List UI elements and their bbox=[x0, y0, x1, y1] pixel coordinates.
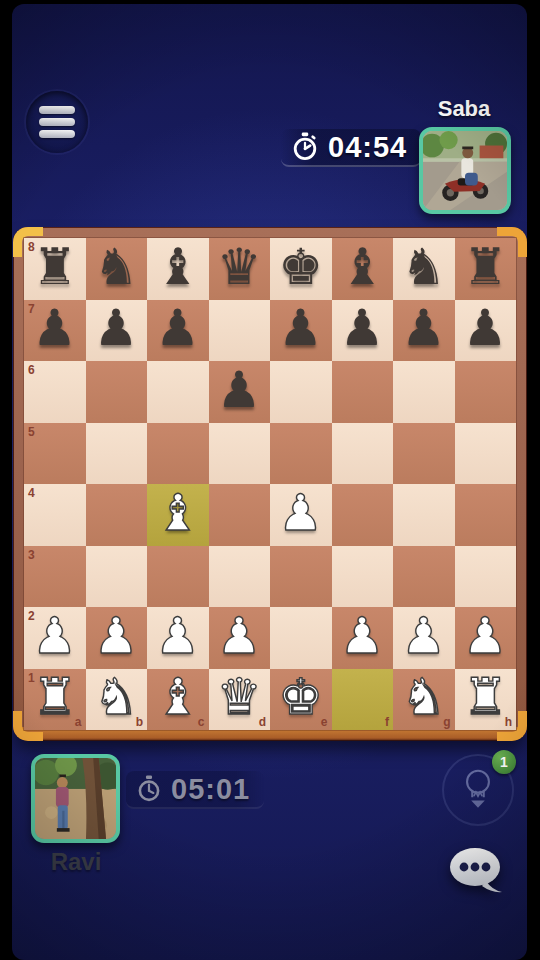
square-h4[interactable] bbox=[455, 484, 517, 546]
square-d3[interactable] bbox=[209, 546, 271, 608]
square-d7[interactable] bbox=[209, 300, 271, 362]
square-c6[interactable] bbox=[147, 361, 209, 423]
rank-label: 5 bbox=[28, 425, 35, 439]
chat-button[interactable] bbox=[448, 846, 508, 900]
opponent-clock-time: 04:54 bbox=[328, 131, 407, 164]
tree-photo bbox=[35, 758, 116, 839]
rank-label: 4 bbox=[28, 486, 35, 500]
square-e5[interactable] bbox=[270, 423, 332, 485]
piece-black-pawn[interactable]: ♟ bbox=[32, 303, 77, 353]
square-c7[interactable]: ♟ bbox=[147, 300, 209, 362]
square-f3[interactable] bbox=[332, 546, 394, 608]
piece-black-pawn[interactable]: ♟ bbox=[340, 303, 385, 353]
hint-count-badge: 1 bbox=[492, 750, 516, 774]
square-b8[interactable]: ♞ bbox=[86, 238, 148, 300]
square-b3[interactable] bbox=[86, 546, 148, 608]
app-screen: Saba 04:54 bbox=[0, 0, 540, 960]
square-h7[interactable]: ♟ bbox=[455, 300, 517, 362]
piece-black-pawn[interactable]: ♟ bbox=[463, 303, 508, 353]
square-g5[interactable] bbox=[393, 423, 455, 485]
square-a4[interactable]: 4 bbox=[24, 484, 86, 546]
stopwatch-icon bbox=[136, 774, 162, 804]
square-d2[interactable]: ♟ bbox=[209, 607, 271, 669]
piece-black-pawn[interactable]: ♟ bbox=[94, 303, 139, 353]
piece-white-bishop[interactable]: ♝ bbox=[155, 488, 200, 538]
square-a2[interactable]: 2♟ bbox=[24, 607, 86, 669]
piece-black-queen[interactable]: ♛ bbox=[217, 242, 262, 292]
piece-white-pawn[interactable]: ♟ bbox=[401, 611, 446, 661]
piece-black-pawn[interactable]: ♟ bbox=[155, 303, 200, 353]
piece-white-pawn[interactable]: ♟ bbox=[94, 611, 139, 661]
piece-white-pawn[interactable]: ♟ bbox=[278, 488, 323, 538]
square-g7[interactable]: ♟ bbox=[393, 300, 455, 362]
square-a7[interactable]: 7♟ bbox=[24, 300, 86, 362]
square-g8[interactable]: ♞ bbox=[393, 238, 455, 300]
piece-white-rook[interactable]: ♜ bbox=[32, 672, 77, 722]
chat-bubble-icon bbox=[448, 846, 508, 900]
my-avatar[interactable] bbox=[31, 754, 120, 843]
square-h5[interactable] bbox=[455, 423, 517, 485]
square-e6[interactable] bbox=[270, 361, 332, 423]
square-f8[interactable]: ♝ bbox=[332, 238, 394, 300]
piece-black-king[interactable]: ♚ bbox=[278, 242, 323, 292]
piece-white-rook[interactable]: ♜ bbox=[463, 672, 508, 722]
square-d1[interactable]: d♛ bbox=[209, 669, 271, 731]
square-f1[interactable]: f bbox=[332, 669, 394, 731]
square-f6[interactable] bbox=[332, 361, 394, 423]
square-d6[interactable]: ♟ bbox=[209, 361, 271, 423]
piece-black-rook[interactable]: ♜ bbox=[32, 242, 77, 292]
square-f2[interactable]: ♟ bbox=[332, 607, 394, 669]
square-g6[interactable] bbox=[393, 361, 455, 423]
square-f4[interactable] bbox=[332, 484, 394, 546]
square-e7[interactable]: ♟ bbox=[270, 300, 332, 362]
square-e3[interactable] bbox=[270, 546, 332, 608]
square-e1[interactable]: e♚ bbox=[270, 669, 332, 731]
square-d4[interactable] bbox=[209, 484, 271, 546]
square-f5[interactable] bbox=[332, 423, 394, 485]
square-c5[interactable] bbox=[147, 423, 209, 485]
chess-board-frame: 8♜♞♝♛♚♝♞♜7♟♟♟♟♟♟♟6♟54♝♟32♟♟♟♟♟♟♟1a♜b♞c♝d… bbox=[14, 228, 526, 740]
square-c1[interactable]: c♝ bbox=[147, 669, 209, 731]
square-d8[interactable]: ♛ bbox=[209, 238, 271, 300]
square-d5[interactable] bbox=[209, 423, 271, 485]
square-h2[interactable]: ♟ bbox=[455, 607, 517, 669]
lightbulb-icon bbox=[457, 765, 499, 815]
rank-label: 6 bbox=[28, 363, 35, 377]
square-a3[interactable]: 3 bbox=[24, 546, 86, 608]
piece-white-queen[interactable]: ♛ bbox=[217, 672, 262, 722]
square-a1[interactable]: 1a♜ bbox=[24, 669, 86, 731]
my-name: Ravi bbox=[26, 848, 126, 876]
square-b7[interactable]: ♟ bbox=[86, 300, 148, 362]
piece-white-pawn[interactable]: ♟ bbox=[340, 611, 385, 661]
square-f7[interactable]: ♟ bbox=[332, 300, 394, 362]
piece-white-pawn[interactable]: ♟ bbox=[217, 611, 262, 661]
square-b2[interactable]: ♟ bbox=[86, 607, 148, 669]
square-e4[interactable]: ♟ bbox=[270, 484, 332, 546]
square-c4[interactable]: ♝ bbox=[147, 484, 209, 546]
opponent-avatar[interactable] bbox=[419, 127, 511, 214]
file-label: f bbox=[385, 715, 389, 729]
square-e2[interactable] bbox=[270, 607, 332, 669]
motorcycle-photo bbox=[423, 131, 507, 210]
my-clock: 05:01 bbox=[126, 771, 264, 809]
piece-black-bishop[interactable]: ♝ bbox=[340, 242, 385, 292]
piece-white-pawn[interactable]: ♟ bbox=[32, 611, 77, 661]
square-a6[interactable]: 6 bbox=[24, 361, 86, 423]
rank-label: 3 bbox=[28, 548, 35, 562]
square-b5[interactable] bbox=[86, 423, 148, 485]
piece-white-bishop[interactable]: ♝ bbox=[155, 672, 200, 722]
piece-black-pawn[interactable]: ♟ bbox=[401, 303, 446, 353]
piece-black-rook[interactable]: ♜ bbox=[463, 242, 508, 292]
piece-black-knight[interactable]: ♞ bbox=[401, 242, 446, 292]
square-h8[interactable]: ♜ bbox=[455, 238, 517, 300]
square-a5[interactable]: 5 bbox=[24, 423, 86, 485]
square-c8[interactable]: ♝ bbox=[147, 238, 209, 300]
opponent-clock: 04:54 bbox=[281, 129, 421, 167]
piece-white-king[interactable]: ♚ bbox=[278, 672, 323, 722]
square-g2[interactable]: ♟ bbox=[393, 607, 455, 669]
square-c2[interactable]: ♟ bbox=[147, 607, 209, 669]
piece-white-knight[interactable]: ♞ bbox=[401, 672, 446, 722]
square-g1[interactable]: g♞ bbox=[393, 669, 455, 731]
stopwatch-icon bbox=[291, 131, 319, 163]
square-h3[interactable] bbox=[455, 546, 517, 608]
square-g3[interactable] bbox=[393, 546, 455, 608]
menu-button[interactable] bbox=[26, 91, 88, 153]
hint-button[interactable]: 1 bbox=[442, 754, 514, 826]
square-g4[interactable] bbox=[393, 484, 455, 546]
piece-black-pawn[interactable]: ♟ bbox=[217, 365, 262, 415]
chess-board: 8♜♞♝♛♚♝♞♜7♟♟♟♟♟♟♟6♟54♝♟32♟♟♟♟♟♟♟1a♜b♞c♝d… bbox=[24, 238, 516, 730]
piece-white-knight[interactable]: ♞ bbox=[94, 672, 139, 722]
square-b1[interactable]: b♞ bbox=[86, 669, 148, 731]
my-clock-time: 05:01 bbox=[171, 773, 250, 806]
opponent-name: Saba bbox=[414, 96, 514, 122]
piece-black-bishop[interactable]: ♝ bbox=[155, 242, 200, 292]
square-h6[interactable] bbox=[455, 361, 517, 423]
piece-white-pawn[interactable]: ♟ bbox=[155, 611, 200, 661]
piece-white-pawn[interactable]: ♟ bbox=[463, 611, 508, 661]
square-a8[interactable]: 8♜ bbox=[24, 238, 86, 300]
square-b6[interactable] bbox=[86, 361, 148, 423]
piece-black-pawn[interactable]: ♟ bbox=[278, 303, 323, 353]
piece-black-knight[interactable]: ♞ bbox=[94, 242, 139, 292]
square-e8[interactable]: ♚ bbox=[270, 238, 332, 300]
square-b4[interactable] bbox=[86, 484, 148, 546]
square-c3[interactable] bbox=[147, 546, 209, 608]
square-h1[interactable]: h♜ bbox=[455, 669, 517, 731]
